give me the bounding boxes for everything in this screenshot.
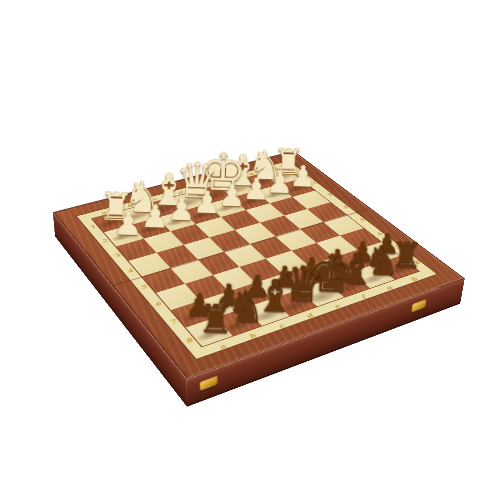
piece-shadow <box>110 233 132 243</box>
piece-shadow <box>320 267 339 276</box>
piece-shadow <box>137 225 159 235</box>
piece-shadow <box>245 178 272 189</box>
piece-shadow <box>223 318 253 333</box>
piece-shadow <box>181 312 202 322</box>
piece-shadow <box>190 211 211 220</box>
brass-clasp-left <box>200 376 218 392</box>
brass-clasp-right <box>411 299 426 313</box>
piece-shadow <box>304 288 339 305</box>
piece-shadow <box>346 259 365 268</box>
piece-shadow <box>263 191 283 199</box>
piece-shadow <box>387 265 411 276</box>
pieces-layer: ♜♞♝♛♚♝♞♜♟♟♟♟♟♟♟♟♟♟♟♟♟♟♟♟♜♞♝♛♚♝♞♜ <box>54 151 463 378</box>
piece-shadow <box>370 251 389 259</box>
piece-shadow <box>294 276 314 285</box>
piece-shadow <box>267 284 287 293</box>
product-photo: 11aa22bb33cc44dd55ee66ff77gg88hh ♜♞♝♛♚♝♞… <box>0 0 500 500</box>
piece-shadow <box>239 198 260 207</box>
folding-chess-board: 11aa22bb33cc44dd55ee66ff77gg88hh ♜♞♝♛♚♝♞… <box>53 151 465 380</box>
chess-scene: 11aa22bb33cc44dd55ee66ff77gg88hh ♜♞♝♛♚♝♞… <box>0 0 500 500</box>
piece-shadow <box>270 173 294 182</box>
piece-shadow <box>251 308 282 323</box>
board-top: 11aa22bb33cc44dd55ee66ff77gg88hh ♜♞♝♛♚♝♞… <box>53 151 465 380</box>
piece-shadow <box>239 293 259 303</box>
piece-shadow <box>211 303 232 313</box>
